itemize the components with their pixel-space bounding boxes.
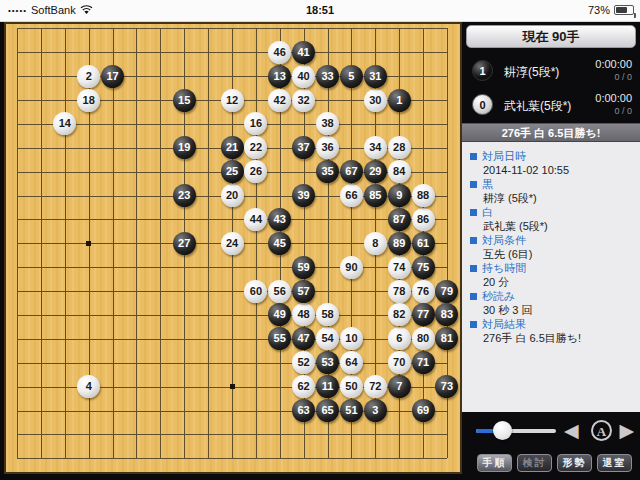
player-row-white: 0 武礼葉(5段*) 0:00:00 0 / 0 bbox=[468, 90, 634, 120]
bullet-icon bbox=[470, 265, 477, 272]
bullet-icon bbox=[470, 209, 477, 216]
black-player-clock: 0:00:00 bbox=[595, 58, 632, 70]
next-move-button[interactable]: ▶ bbox=[619, 420, 634, 442]
bullet-icon bbox=[470, 321, 477, 328]
black-stone-icon: 1 bbox=[472, 60, 493, 81]
move-slider[interactable] bbox=[476, 429, 556, 433]
result-banner: 276手 白 6.5目勝ち! bbox=[462, 123, 640, 142]
battery-info: 73% bbox=[588, 4, 634, 16]
taishitsu-button[interactable]: 退室 bbox=[597, 454, 632, 472]
info-value: 互先 (6目) bbox=[470, 247, 632, 261]
side-panel: 現在 90手 1 耕淳(5段*) 0:00:00 0 / 0 0 武礼葉(5段*… bbox=[462, 22, 640, 480]
white-player-periods: 0 / 0 bbox=[614, 106, 632, 116]
white-player-clock: 0:00:00 bbox=[595, 92, 632, 104]
battery-icon bbox=[614, 5, 634, 15]
current-move-header: 現在 90手 bbox=[466, 25, 636, 48]
info-value: 耕淳 (5段*) bbox=[470, 191, 632, 205]
kento-button[interactable]: 検討 bbox=[517, 454, 552, 472]
info-value: 武礼葉 (5段*) bbox=[470, 219, 632, 233]
auto-play-button[interactable]: A bbox=[591, 420, 612, 441]
white-stone-icon: 0 bbox=[472, 94, 493, 115]
info-label: 白 bbox=[470, 205, 632, 219]
tejun-button[interactable]: 手順 bbox=[477, 454, 512, 472]
prev-move-button[interactable]: ◀ bbox=[564, 420, 579, 442]
slider-knob[interactable] bbox=[493, 421, 512, 440]
playback-footer: ◀ A ▶ 手順 検討 形勢 退室 bbox=[462, 412, 640, 480]
info-label: 持ち時間 bbox=[470, 261, 632, 275]
info-label: 黒 bbox=[470, 177, 632, 191]
clock-label: 18:51 bbox=[0, 4, 640, 16]
keisei-button[interactable]: 形勢 bbox=[557, 454, 592, 472]
info-value: 2014-11-02 10:55 bbox=[470, 163, 632, 177]
info-label: 秒読み bbox=[470, 289, 632, 303]
black-player-name: 耕淳(5段*) bbox=[504, 64, 559, 81]
info-value: 20 分 bbox=[470, 275, 632, 289]
bullet-icon bbox=[470, 237, 477, 244]
info-label: 対局日時 bbox=[470, 149, 632, 163]
info-label: 対局条件 bbox=[470, 233, 632, 247]
info-label: 対局結果 bbox=[470, 317, 632, 331]
app-screen: ••••• SoftBank 18:51 73% 123456789101112… bbox=[0, 0, 640, 480]
info-value: 276手 白 6.5目勝ち! bbox=[470, 331, 632, 345]
bullet-icon bbox=[470, 293, 477, 300]
game-info-list: 対局日時 2014-11-02 10:55 黒 耕淳 (5段*) 白 武礼葉 (… bbox=[462, 142, 640, 412]
black-player-periods: 0 / 0 bbox=[614, 72, 632, 82]
go-board[interactable] bbox=[4, 22, 462, 474]
bullet-icon bbox=[470, 153, 477, 160]
bullet-icon bbox=[470, 181, 477, 188]
battery-percent-label: 73% bbox=[588, 4, 610, 16]
white-player-name: 武礼葉(5段*) bbox=[504, 98, 571, 115]
player-row-black: 1 耕淳(5段*) 0:00:00 0 / 0 bbox=[468, 56, 634, 86]
status-bar: ••••• SoftBank 18:51 73% bbox=[0, 0, 640, 22]
info-value: 30 秒 3 回 bbox=[470, 303, 632, 317]
